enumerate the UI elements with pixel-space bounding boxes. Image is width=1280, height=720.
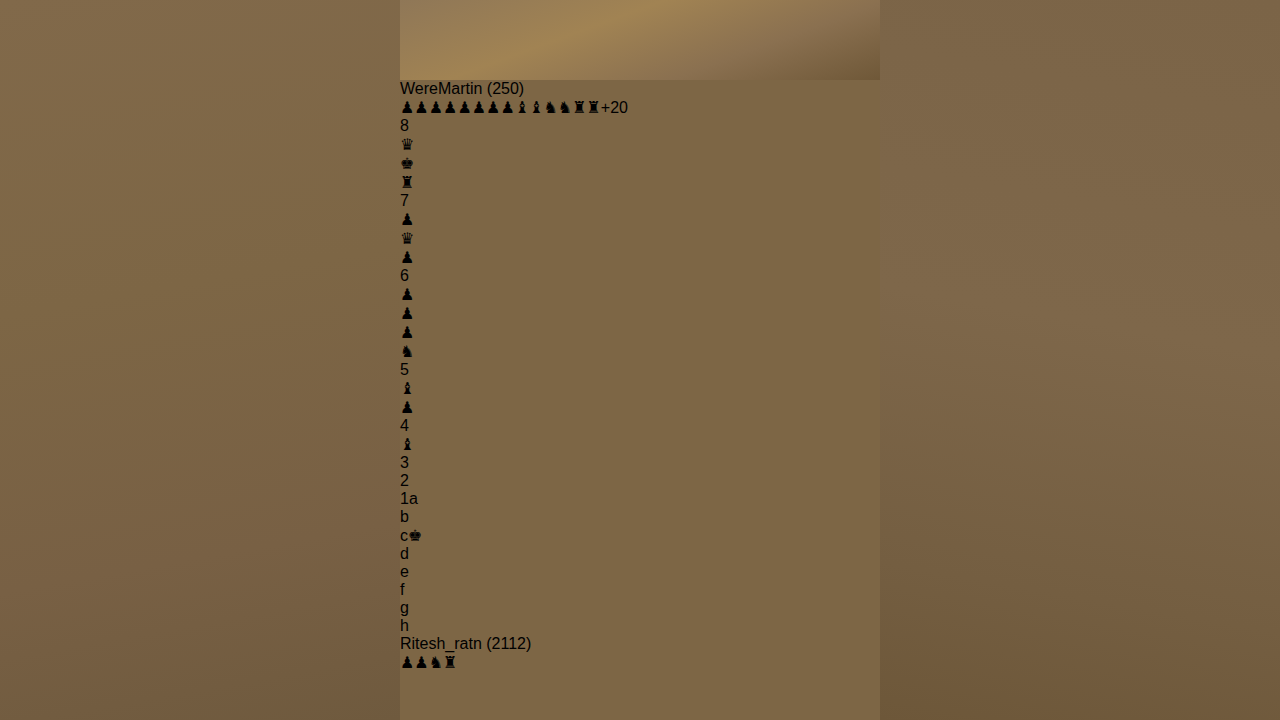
blurred-background-left [0,0,400,720]
square-a1[interactable]: 1a [400,490,880,508]
player-name-bottom[interactable]: Ritesh_ratn [400,635,482,652]
square-d4[interactable]: ♝ [400,435,880,454]
black-pawn-f7: ♟ [400,211,414,228]
square-a7[interactable]: 7 [400,192,880,210]
captured-pawns-icon: ♟♟♟♟♟♟♟♟ [400,99,515,116]
captured-bishops-icon: ♝♝ [515,99,544,116]
black-pawn-b6: ♟ [400,286,414,303]
square-a2[interactable]: 2 [400,472,880,490]
video-frame: WereMartin (250) ♟♟♟♟♟♟♟♟♝♝♞♞♜♜+20 8♛♚♜7… [0,0,1280,720]
captured-knights-icon: ♞♞ [543,99,572,116]
player-info-top: WereMartin (250) ♟♟♟♟♟♟♟♟♝♝♞♞♜♜+20 [400,80,880,117]
square-h1[interactable]: h [400,617,880,635]
square-a8[interactable]: 8 [400,117,880,135]
captured-pieces-top: ♟♟♟♟♟♟♟♟♝♝♞♞♜♜+20 [400,98,880,117]
rank-label-4: 4 [400,417,409,434]
square-e8[interactable]: ♚ [400,154,880,173]
file-label-d: d [400,545,409,562]
rank-label-1: 1 [400,490,409,507]
square-c1[interactable]: c♚ [400,526,880,545]
player-name-top[interactable]: WereMartin [400,80,482,97]
file-label-e: e [400,563,409,580]
black-queen-d8: ♛ [400,136,414,153]
rank-label-6: 6 [400,267,409,284]
square-c5[interactable]: ♟ [400,398,880,417]
black-bishop-d4: ♝ [400,436,414,453]
white-queen-g7: ♛ [400,230,414,247]
square-b5[interactable]: ♝ [400,379,880,398]
player-rating-top: (250) [487,80,524,97]
square-f1[interactable]: f [400,581,880,599]
chess-board: 8♛♚♜7♟♛♟6♟♟♟♞5♝♟4♝321abc♚defgh [400,117,880,635]
captured-knights-icon: ♞ [429,654,443,671]
square-h8[interactable]: ♜ [400,173,880,192]
player-bar-bottom: Ritesh_ratn (2112) ♟♟♞♜ [400,635,880,672]
player-bar-top: WereMartin (250) ♟♟♟♟♟♟♟♟♝♝♞♞♜♜+20 [400,80,880,117]
rank-label-3: 3 [400,454,409,471]
square-e1[interactable]: e [400,563,880,581]
square-h7[interactable]: ♟ [400,248,880,267]
square-f7[interactable]: ♟ [400,210,880,229]
game-video-column: WereMartin (250) ♟♟♟♟♟♟♟♟♝♝♞♞♜♜+20 8♛♚♜7… [400,0,880,720]
file-label-f: f [400,581,404,598]
rank-label-2: 2 [400,472,409,489]
black-knight-f6: ♞ [400,343,414,360]
player-rating-bottom: (2112) [486,635,531,652]
black-pawn-h7: ♟ [400,249,414,266]
file-label-a: a [409,490,418,507]
player-info-bottom: Ritesh_ratn (2112) ♟♟♞♜ [400,635,880,672]
captured-rooks-icon: ♜ [443,654,457,671]
rank-label-5: 5 [400,361,409,378]
square-a5[interactable]: 5 [400,361,880,379]
square-b1[interactable]: b [400,508,880,526]
file-label-c: c [400,527,408,544]
file-label-h: h [400,617,409,634]
black-rook-h8: ♜ [400,174,414,191]
captured-pieces-bottom: ♟♟♞♜ [400,653,880,672]
square-f6[interactable]: ♞ [400,342,880,361]
blurred-background-right [880,0,1280,720]
black-bishop-b5: ♝ [400,380,414,397]
file-label-g: g [400,599,409,616]
rank-label-7: 7 [400,192,409,209]
square-g1[interactable]: g [400,599,880,617]
blurred-backdrop-top [400,0,880,80]
white-king-c1: ♚ [408,527,422,544]
square-d6[interactable]: ♟ [400,304,880,323]
square-a6[interactable]: 6 [400,267,880,285]
captured-pawns-icon: ♟♟ [400,654,429,671]
square-a4[interactable]: 4 [400,417,880,435]
file-label-b: b [400,508,409,525]
black-pawn-d6: ♟ [400,305,414,322]
square-e6[interactable]: ♟ [400,323,880,342]
square-d1[interactable]: d [400,545,880,563]
square-d8[interactable]: ♛ [400,135,880,154]
square-g7[interactable]: ♛ [400,229,880,248]
blurred-backdrop-bottom [400,672,880,720]
captured-rooks-icon: ♜♜ [572,99,601,116]
rank-label-8: 8 [400,117,409,134]
black-king-e8: ♚ [400,155,414,172]
black-pawn-c5: ♟ [400,399,414,416]
square-b6[interactable]: ♟ [400,285,880,304]
material-advantage: +20 [601,99,628,116]
black-pawn-e6: ♟ [400,324,414,341]
square-a3[interactable]: 3 [400,454,880,472]
